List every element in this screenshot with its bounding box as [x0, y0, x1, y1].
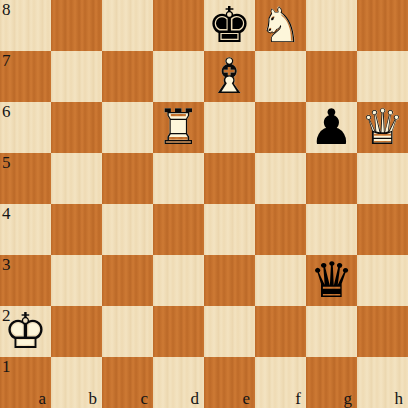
square-g3[interactable]: ♛: [306, 255, 357, 306]
square-g1[interactable]: g: [306, 357, 357, 408]
square-c1[interactable]: c: [102, 357, 153, 408]
rank-label-5: 5: [2, 154, 11, 171]
square-g6[interactable]: ♟: [306, 102, 357, 153]
square-c7[interactable]: [102, 51, 153, 102]
rank-label-8: 8: [2, 1, 11, 18]
square-c2[interactable]: [102, 306, 153, 357]
square-h7[interactable]: [357, 51, 408, 102]
square-h8[interactable]: [357, 0, 408, 51]
square-d7[interactable]: [153, 51, 204, 102]
knight-outline-glyph: ♘: [255, 0, 306, 51]
square-c4[interactable]: [102, 204, 153, 255]
square-e5[interactable]: [204, 153, 255, 204]
white-rook-icon[interactable]: ♜♖: [153, 102, 204, 153]
file-label-c: c: [140, 390, 148, 407]
square-a6[interactable]: 6: [0, 102, 51, 153]
square-f6[interactable]: [255, 102, 306, 153]
square-g4[interactable]: [306, 204, 357, 255]
white-king-icon[interactable]: ♚♔: [0, 306, 51, 357]
file-label-b: b: [89, 390, 98, 407]
square-d2[interactable]: [153, 306, 204, 357]
black-pawn-icon[interactable]: ♟: [306, 102, 357, 153]
square-c5[interactable]: [102, 153, 153, 204]
square-d5[interactable]: [153, 153, 204, 204]
square-b5[interactable]: [51, 153, 102, 204]
square-e4[interactable]: [204, 204, 255, 255]
square-f4[interactable]: [255, 204, 306, 255]
file-label-g: g: [344, 390, 353, 407]
square-d1[interactable]: d: [153, 357, 204, 408]
square-h5[interactable]: [357, 153, 408, 204]
square-a1[interactable]: 1a: [0, 357, 51, 408]
square-e3[interactable]: [204, 255, 255, 306]
file-label-a: a: [38, 390, 46, 407]
file-label-h: h: [395, 390, 404, 407]
square-g7[interactable]: [306, 51, 357, 102]
black-king-icon[interactable]: ♚: [204, 0, 255, 51]
square-d4[interactable]: [153, 204, 204, 255]
square-a7[interactable]: 7: [0, 51, 51, 102]
queen-outline-glyph: ♕: [357, 102, 408, 153]
square-h6[interactable]: ♛♕: [357, 102, 408, 153]
square-h3[interactable]: [357, 255, 408, 306]
square-b6[interactable]: [51, 102, 102, 153]
square-e2[interactable]: [204, 306, 255, 357]
square-b4[interactable]: [51, 204, 102, 255]
square-h2[interactable]: [357, 306, 408, 357]
rank-label-3: 3: [2, 256, 11, 273]
square-d3[interactable]: [153, 255, 204, 306]
square-b1[interactable]: b: [51, 357, 102, 408]
square-b3[interactable]: [51, 255, 102, 306]
square-a2[interactable]: 2♚♔: [0, 306, 51, 357]
square-f2[interactable]: [255, 306, 306, 357]
king-outline-glyph: ♔: [0, 306, 51, 357]
square-a5[interactable]: 5: [0, 153, 51, 204]
square-g8[interactable]: [306, 0, 357, 51]
rank-label-4: 4: [2, 205, 11, 222]
square-f8[interactable]: ♞♘: [255, 0, 306, 51]
square-f1[interactable]: f: [255, 357, 306, 408]
chess-board: 8♚♞♘7♝♗6♜♖♟♛♕543♛2♚♔1abcdefgh: [0, 0, 408, 408]
square-c3[interactable]: [102, 255, 153, 306]
square-g2[interactable]: [306, 306, 357, 357]
square-d8[interactable]: [153, 0, 204, 51]
square-c6[interactable]: [102, 102, 153, 153]
square-b8[interactable]: [51, 0, 102, 51]
rank-label-6: 6: [2, 103, 11, 120]
square-e8[interactable]: ♚: [204, 0, 255, 51]
square-a4[interactable]: 4: [0, 204, 51, 255]
square-h4[interactable]: [357, 204, 408, 255]
file-label-e: e: [242, 390, 250, 407]
square-b2[interactable]: [51, 306, 102, 357]
white-queen-icon[interactable]: ♛♕: [357, 102, 408, 153]
square-f7[interactable]: [255, 51, 306, 102]
square-b7[interactable]: [51, 51, 102, 102]
rank-label-7: 7: [2, 52, 11, 69]
square-c8[interactable]: [102, 0, 153, 51]
square-g5[interactable]: [306, 153, 357, 204]
bishop-outline-glyph: ♗: [204, 51, 255, 102]
square-a3[interactable]: 3: [0, 255, 51, 306]
white-knight-icon[interactable]: ♞♘: [255, 0, 306, 51]
white-bishop-icon[interactable]: ♝♗: [204, 51, 255, 102]
square-f3[interactable]: [255, 255, 306, 306]
square-d6[interactable]: ♜♖: [153, 102, 204, 153]
square-a8[interactable]: 8: [0, 0, 51, 51]
square-f5[interactable]: [255, 153, 306, 204]
rank-label-1: 1: [2, 358, 11, 375]
square-e6[interactable]: [204, 102, 255, 153]
rook-outline-glyph: ♖: [153, 102, 204, 153]
square-h1[interactable]: h: [357, 357, 408, 408]
square-e1[interactable]: e: [204, 357, 255, 408]
file-label-d: d: [191, 390, 200, 407]
square-e7[interactable]: ♝♗: [204, 51, 255, 102]
black-queen-icon[interactable]: ♛: [306, 255, 357, 306]
file-label-f: f: [295, 390, 301, 407]
